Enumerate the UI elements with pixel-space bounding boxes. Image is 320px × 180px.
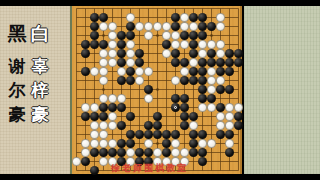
black-stone [126,22,135,31]
black-stone [234,121,243,130]
black-stone [198,130,207,139]
black-stone [180,103,189,112]
white-stone [99,67,108,76]
black-stone [81,157,90,166]
white-stone [189,121,198,130]
star-point [210,34,213,37]
player-name-char: 豪 [9,106,26,123]
white-stone [99,22,108,31]
white-stone [126,49,135,58]
go-board[interactable] [72,6,242,174]
black-stone [198,13,207,22]
black-stone [117,31,126,40]
channel-watermark: 徐老师围棋教室 [111,162,211,175]
black-stone [171,58,180,67]
player-name-char: 辜 [32,58,49,75]
black-stone [126,31,135,40]
black-stone [90,112,99,121]
black-stone [216,130,225,139]
white-stone [189,58,198,67]
white-stone [90,103,99,112]
black-stone [198,148,207,157]
white-stone [144,94,153,103]
black-stone [117,121,126,130]
black-stone [135,130,144,139]
black-stone [234,49,243,58]
player-name-char: 豪 [32,106,49,123]
black-stone [108,103,117,112]
white-stone [99,49,108,58]
white-stone [108,49,117,58]
black-stone [90,40,99,49]
star-point [102,34,105,37]
white-stone [144,31,153,40]
black-stone [90,22,99,31]
black-stone [198,22,207,31]
black-stone [162,40,171,49]
black-stone [207,58,216,67]
black-stone [225,148,234,157]
black-stone [198,85,207,94]
white-stone [225,112,234,121]
white-stone [180,40,189,49]
white-stone [225,121,234,130]
white-stone [216,13,225,22]
white-stone [234,103,243,112]
white-stone [144,22,153,31]
player-info-panel: 黑 白 谢尔豪 辜梓豪 [0,6,70,174]
white-player-label: 白 [28,24,52,43]
black-stone [126,112,135,121]
white-stone [126,58,135,67]
black-stone [144,85,153,94]
white-stone [171,139,180,148]
white-stone [108,112,117,121]
white-stone [117,94,126,103]
black-stone [117,40,126,49]
black-stone [207,94,216,103]
white-stone [153,148,162,157]
white-stone [90,130,99,139]
black-stone-last-move [171,103,180,112]
black-stone [216,58,225,67]
black-stone [117,49,126,58]
white-stone [198,40,207,49]
white-stone [72,157,81,166]
black-stone [117,103,126,112]
black-stone [162,148,171,157]
white-stone [81,103,90,112]
white-stone [225,139,234,148]
black-stone [126,67,135,76]
white-stone [99,139,108,148]
black-stone [180,76,189,85]
white-stone [81,139,90,148]
black-stone [225,58,234,67]
white-stone [90,121,99,130]
white-stone [171,40,180,49]
black-stone [189,148,198,157]
white-stone [207,139,216,148]
white-stone [216,22,225,31]
white-stone [108,40,117,49]
black-stone [117,148,126,157]
white-player-name: 辜梓豪 [28,58,52,123]
black-stone [189,130,198,139]
white-stone [144,67,153,76]
black-stone [171,94,180,103]
black-stone [117,139,126,148]
black-stone [90,166,99,175]
white-stone [207,76,216,85]
black-stone [99,103,108,112]
black-stone [162,139,171,148]
black-stone [189,31,198,40]
white-stone [162,31,171,40]
black-stone [135,58,144,67]
black-stone [216,103,225,112]
black-stone [126,139,135,148]
black-stone [225,85,234,94]
black-stone [99,112,108,121]
white-stone [189,22,198,31]
black-stone [153,130,162,139]
black-stone [153,112,162,121]
white-stone [171,31,180,40]
player-name-char: 谢 [9,58,26,75]
black-stone [99,13,108,22]
white-stone [171,76,180,85]
black-stone [198,58,207,67]
black-stone [225,49,234,58]
white-stone [135,67,144,76]
black-stone [189,40,198,49]
white-stone [180,13,189,22]
black-stone [171,130,180,139]
black-stone [189,67,198,76]
black-stone [180,58,189,67]
black-stone [198,31,207,40]
white-stone [207,103,216,112]
white-stone [99,94,108,103]
player-name-char: 梓 [32,82,49,99]
white-stone [99,130,108,139]
white-stone [162,49,171,58]
star-point [156,142,159,145]
white-stone [99,157,108,166]
star-point [156,88,159,91]
black-stone [81,112,90,121]
black-stone [126,76,135,85]
white-stone [162,22,171,31]
white-stone [81,148,90,157]
black-stone [99,148,108,157]
white-stone [90,139,99,148]
video-frame: 黑 白 谢尔豪 辜梓豪 徐老师围棋教室 [0,0,320,180]
white-stone [108,31,117,40]
white-stone [126,40,135,49]
black-stone [207,49,216,58]
black-stone [180,112,189,121]
white-stone [180,148,189,157]
black-stone [90,13,99,22]
black-stone [198,67,207,76]
black-player-name: 谢尔豪 [5,58,29,123]
black-stone [117,76,126,85]
white-stone [207,85,216,94]
black-stone [135,148,144,157]
white-stone [126,148,135,157]
white-stone [90,67,99,76]
white-stone [99,76,108,85]
white-stone [198,139,207,148]
black-stone [198,76,207,85]
black-stone [108,148,117,157]
white-stone [216,49,225,58]
white-stone [126,13,135,22]
black-stone [234,58,243,67]
black-stone [171,49,180,58]
black-stone [162,130,171,139]
white-stone [216,76,225,85]
white-stone [135,22,144,31]
white-stone [108,58,117,67]
white-stone [108,22,117,31]
black-stone [90,31,99,40]
white-stone [207,67,216,76]
black-stone [90,148,99,157]
black-stone [216,85,225,94]
black-stone [81,67,90,76]
black-stone [81,49,90,58]
black-stone [144,121,153,130]
black-stone [171,22,180,31]
black-stone [117,58,126,67]
black-stone [234,112,243,121]
black-stone [81,40,90,49]
white-stone [171,148,180,157]
white-stone [108,121,117,130]
white-stone [99,58,108,67]
player-name-char: 尔 [9,82,26,99]
black-stone [171,13,180,22]
star-point [156,34,159,37]
star-point [102,88,105,91]
white-stone [180,67,189,76]
white-stone [117,67,126,76]
black-stone [144,130,153,139]
white-stone [108,139,117,148]
black-stone [180,31,189,40]
white-stone [108,94,117,103]
right-side-panel [244,6,320,174]
black-stone [225,130,234,139]
white-stone [198,103,207,112]
white-stone [180,22,189,31]
white-stone [225,103,234,112]
black-stone [189,76,198,85]
black-stone [225,67,234,76]
black-stone [198,94,207,103]
black-stone [135,49,144,58]
black-stone [207,22,216,31]
white-stone [216,121,225,130]
black-stone [180,121,189,130]
black-stone [153,121,162,130]
white-stone [216,112,225,121]
black-stone [189,13,198,22]
black-stone [216,67,225,76]
black-stone [144,148,153,157]
white-stone [135,76,144,85]
black-stone [180,94,189,103]
black-stone [99,40,108,49]
black-stone [189,112,198,121]
white-stone [144,139,153,148]
white-stone [207,40,216,49]
black-stone [189,49,198,58]
white-stone [99,121,108,130]
white-stone [216,40,225,49]
black-stone [189,139,198,148]
black-stone [126,130,135,139]
black-player-label: 黑 [5,24,29,43]
white-stone [198,49,207,58]
white-stone [153,22,162,31]
